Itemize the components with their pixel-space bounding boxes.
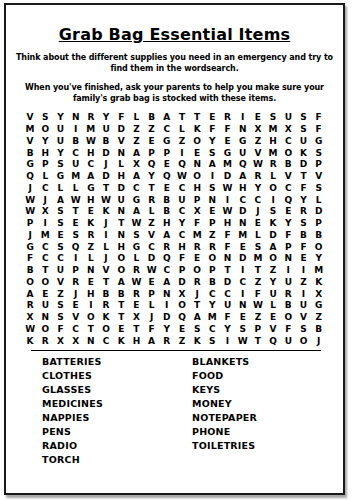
- grid-cell: P: [174, 265, 189, 277]
- grid-cell: K: [190, 335, 205, 347]
- grid-cell: E: [220, 136, 235, 148]
- grid-cell: C: [38, 183, 53, 195]
- grid-cell: F: [144, 324, 159, 336]
- grid-cell: V: [68, 312, 83, 324]
- grid-cell: O: [114, 253, 129, 265]
- grid-cell: P: [68, 265, 83, 277]
- grid-cell: E: [68, 218, 83, 230]
- grid-cell: U: [98, 124, 113, 136]
- grid-cell: C: [174, 206, 189, 218]
- grid-cell: H: [114, 171, 129, 183]
- grid-cell: O: [281, 312, 296, 324]
- grid-cell: B: [98, 288, 113, 300]
- grid-cell: V: [311, 171, 326, 183]
- grid-cell: V: [53, 277, 68, 289]
- grid-cell: Z: [266, 265, 281, 277]
- grid-cell: Z: [250, 312, 265, 324]
- grid-cell: W: [129, 218, 144, 230]
- grid-cell: I: [38, 218, 53, 230]
- grid-cell: A: [159, 230, 174, 242]
- grid-cell: U: [296, 136, 311, 148]
- grid-cell: E: [235, 241, 250, 253]
- grid-cell: S: [250, 241, 265, 253]
- grid-cell: G: [129, 241, 144, 253]
- grid-cell: R: [159, 241, 174, 253]
- grid-cell: J: [98, 253, 113, 265]
- grid-cell: N: [235, 124, 250, 136]
- grid-cell: Y: [220, 324, 235, 336]
- grid-cell: T: [83, 324, 98, 336]
- grid-cell: Z: [129, 124, 144, 136]
- grid-cell: U: [114, 194, 129, 206]
- grid-cell: O: [311, 241, 326, 253]
- grid-cell: K: [311, 277, 326, 289]
- grid-cell: A: [129, 171, 144, 183]
- grid-cell: S: [53, 218, 68, 230]
- wordsearch-grid: VSYNRYFLBATTERIESUSFMOUIMUDZZCLKFFNXMXSF…: [23, 112, 327, 347]
- grid-cell: I: [235, 288, 250, 300]
- grid-cell: M: [311, 265, 326, 277]
- grid-cell: D: [174, 277, 189, 289]
- grid-cell: R: [129, 288, 144, 300]
- grid-cell: H: [190, 183, 205, 195]
- grid-cell: O: [174, 300, 189, 312]
- page-title: Grab Bag Essential Items: [6, 25, 343, 44]
- grid-cell: W: [23, 194, 38, 206]
- grid-cell: N: [205, 194, 220, 206]
- grid-cell: Z: [53, 288, 68, 300]
- grid-cell: N: [38, 312, 53, 324]
- grid-cell: W: [220, 183, 235, 195]
- grid-cell: C: [281, 183, 296, 195]
- grid-cell: H: [266, 136, 281, 148]
- grid-cell: L: [114, 159, 129, 171]
- grid-cell: C: [83, 159, 98, 171]
- grid-cell: D: [114, 183, 129, 195]
- grid-cell: Y: [174, 218, 189, 230]
- grid-cell: T: [68, 206, 83, 218]
- grid-cell: Y: [159, 324, 174, 336]
- grid-cell: U: [281, 277, 296, 289]
- grid-cell: Z: [296, 277, 311, 289]
- grid-cell: E: [83, 277, 98, 289]
- word-list-item: GLASSES: [42, 383, 192, 397]
- grid-cell: J: [23, 183, 38, 195]
- grid-cell: X: [129, 159, 144, 171]
- grid-cell: D: [266, 230, 281, 242]
- grid-cell: R: [98, 300, 113, 312]
- grid-cell: Q: [144, 159, 159, 171]
- grid-cell: V: [296, 312, 311, 324]
- grid-cell: M: [266, 124, 281, 136]
- grid-cell: S: [38, 112, 53, 124]
- grid-cell: I: [98, 230, 113, 242]
- grid-cell: X: [174, 288, 189, 300]
- grid-cell: F: [311, 112, 326, 124]
- grid-cell: C: [38, 241, 53, 253]
- grid-cell: N: [281, 253, 296, 265]
- grid-cell: N: [114, 206, 129, 218]
- grid-cell: L: [68, 183, 83, 195]
- grid-cell: X: [311, 288, 326, 300]
- grid-cell: Y: [311, 253, 326, 265]
- grid-cell: M: [83, 124, 98, 136]
- grid-cell: I: [83, 300, 98, 312]
- grid-cell: R: [83, 230, 98, 242]
- grid-cell: W: [250, 300, 265, 312]
- grid-cell: Y: [296, 194, 311, 206]
- grid-cell: E: [144, 277, 159, 289]
- grid-cell: E: [190, 253, 205, 265]
- grid-cell: R: [83, 112, 98, 124]
- word-list-item: CLOTHES: [42, 369, 192, 383]
- grid-cell: D: [235, 253, 250, 265]
- grid-cell: U: [53, 124, 68, 136]
- grid-cell: S: [205, 335, 220, 347]
- grid-cell: F: [250, 288, 265, 300]
- word-list-item: PHONE: [192, 425, 342, 439]
- grid-cell: C: [174, 230, 189, 242]
- grid-cell: E: [250, 112, 265, 124]
- grid-cell: I: [174, 147, 189, 159]
- grid-cell: C: [159, 265, 174, 277]
- grid-cell: Q: [174, 159, 189, 171]
- grid-cell: Y: [53, 112, 68, 124]
- grid-cell: X: [38, 206, 53, 218]
- word-list-item: NOTEPAPER: [192, 411, 342, 425]
- grid-cell: H: [174, 241, 189, 253]
- grid-cell: H: [83, 147, 98, 159]
- grid-cell: R: [205, 241, 220, 253]
- grid-cell: L: [53, 183, 68, 195]
- grid-cell: C: [53, 253, 68, 265]
- grid-cell: W: [220, 206, 235, 218]
- grid-cell: B: [23, 265, 38, 277]
- grid-cell: Q: [281, 194, 296, 206]
- grid-cell: T: [114, 300, 129, 312]
- grid-cell: T: [114, 218, 129, 230]
- grid-cell: C: [129, 183, 144, 195]
- grid-cell: C: [250, 194, 265, 206]
- grid-cell: E: [159, 183, 174, 195]
- grid-cell: E: [205, 206, 220, 218]
- grid-cell: S: [296, 112, 311, 124]
- grid-cell: S: [190, 324, 205, 336]
- grid-cell: U: [235, 147, 250, 159]
- grid-cell: X: [250, 124, 265, 136]
- grid-cell: Y: [98, 112, 113, 124]
- grid-cell: G: [23, 159, 38, 171]
- grid-cell: B: [144, 112, 159, 124]
- grid-cell: K: [190, 124, 205, 136]
- grid-cell: W: [23, 206, 38, 218]
- grid-cell: H: [83, 194, 98, 206]
- grid-cell: R: [266, 159, 281, 171]
- grid-cell: E: [266, 312, 281, 324]
- grid-cell: B: [98, 136, 113, 148]
- grid-cell: E: [296, 253, 311, 265]
- grid-cell: H: [220, 218, 235, 230]
- grid-cell: G: [129, 194, 144, 206]
- grid-cell: E: [190, 147, 205, 159]
- grid-cell: S: [68, 230, 83, 242]
- grid-cell: F: [23, 253, 38, 265]
- grid-cell: J: [68, 288, 83, 300]
- grid-cell: F: [220, 230, 235, 242]
- grid-cell: F: [311, 124, 326, 136]
- grid-cell: B: [296, 230, 311, 242]
- grid-cell: E: [38, 288, 53, 300]
- grid-cell: C: [205, 288, 220, 300]
- grid-cell: S: [53, 300, 68, 312]
- grid-cell: R: [190, 241, 205, 253]
- grid-cell: J: [38, 194, 53, 206]
- word-list-item: PENS: [42, 425, 192, 439]
- grid-cell: K: [83, 218, 98, 230]
- grid-cell: T: [38, 265, 53, 277]
- grid-cell: M: [190, 230, 205, 242]
- grid-cell: Y: [266, 277, 281, 289]
- grid-cell: T: [190, 300, 205, 312]
- grid-cell: O: [205, 253, 220, 265]
- grid-cell: O: [296, 335, 311, 347]
- grid-cell: M: [68, 171, 83, 183]
- grid-cell: F: [114, 112, 129, 124]
- grid-cell: E: [144, 136, 159, 148]
- grid-cell: M: [266, 147, 281, 159]
- grid-cell: G: [159, 136, 174, 148]
- grid-cell: F: [281, 324, 296, 336]
- grid-cell: G: [23, 241, 38, 253]
- grid-cell: Q: [174, 312, 189, 324]
- grid-cell: U: [281, 112, 296, 124]
- grid-cell: K: [114, 335, 129, 347]
- grid-cell: A: [53, 194, 68, 206]
- grid-cell: Q: [159, 253, 174, 265]
- grid-cell: W: [235, 335, 250, 347]
- grid-cell: C: [68, 324, 83, 336]
- grid-cell: H: [235, 183, 250, 195]
- grid-cell: W: [250, 159, 265, 171]
- grid-cell: P: [311, 159, 326, 171]
- grid-cell: Z: [174, 335, 189, 347]
- grid-cell: C: [281, 136, 296, 148]
- grid-cell: X: [23, 312, 38, 324]
- word-list-right: BLANKETSFOODKEYSMONEYNOTEPAPERPHONETOILE…: [192, 355, 342, 467]
- grid-cell: G: [235, 136, 250, 148]
- grid-cell: D: [98, 171, 113, 183]
- grid-cell: U: [296, 300, 311, 312]
- grid-cell: L: [266, 300, 281, 312]
- grid-cell: F: [174, 253, 189, 265]
- grid-cell: K: [23, 335, 38, 347]
- grid-cell: C: [205, 324, 220, 336]
- grid-cell: P: [311, 218, 326, 230]
- grid-cell: Z: [205, 230, 220, 242]
- grid-cell: Y: [38, 136, 53, 148]
- grid-cell: C: [174, 183, 189, 195]
- grid-cell: M: [23, 124, 38, 136]
- grid-cell: I: [220, 194, 235, 206]
- grid-cell: E: [159, 159, 174, 171]
- grid-cell: L: [83, 253, 98, 265]
- grid-cell: C: [235, 194, 250, 206]
- grid-cell: P: [23, 218, 38, 230]
- grid-cell: D: [235, 206, 250, 218]
- grid-cell: I: [235, 112, 250, 124]
- grid-cell: S: [53, 312, 68, 324]
- grid-cell: Z: [174, 136, 189, 148]
- grid-cell: A: [159, 112, 174, 124]
- grid-cell: W: [144, 265, 159, 277]
- grid-cell: T: [250, 335, 265, 347]
- grid-cell: A: [205, 159, 220, 171]
- instruction-line: When you've finished, ask your parents t…: [6, 83, 343, 94]
- grid-cell: J: [190, 288, 205, 300]
- grid-cell: O: [190, 265, 205, 277]
- grid-cell: A: [144, 335, 159, 347]
- grid-cell: R: [220, 112, 235, 124]
- grid-cell: L: [311, 194, 326, 206]
- grid-cell: E: [235, 312, 250, 324]
- instruction-line: find them in the wordsearch.: [6, 64, 343, 75]
- grid-cell: B: [205, 277, 220, 289]
- grid-cell: N: [83, 265, 98, 277]
- grid-cell: D: [159, 312, 174, 324]
- grid-cell: E: [174, 324, 189, 336]
- grid-cell: Y: [250, 183, 265, 195]
- grid-cell: F: [190, 218, 205, 230]
- grid-cell: G: [311, 136, 326, 148]
- grid-cell: P: [159, 147, 174, 159]
- grid-cell: E: [68, 300, 83, 312]
- grid-cell: P: [190, 194, 205, 206]
- grid-cell: N: [68, 112, 83, 124]
- grid-cell: Q: [235, 159, 250, 171]
- grid-cell: A: [129, 206, 144, 218]
- grid-cell: N: [235, 300, 250, 312]
- grid-cell: T: [114, 312, 129, 324]
- grid-cell: V: [266, 324, 281, 336]
- grid-cell: D: [114, 124, 129, 136]
- grid-cell: S: [266, 112, 281, 124]
- grid-cell: Z: [129, 136, 144, 148]
- grid-cell: A: [190, 312, 205, 324]
- grid-cell: L: [266, 171, 281, 183]
- grid-cell: K: [266, 218, 281, 230]
- grid-cell: M: [38, 230, 53, 242]
- grid-cell: V: [98, 265, 113, 277]
- grid-cell: F: [220, 312, 235, 324]
- grid-cell: U: [266, 288, 281, 300]
- grid-cell: L: [38, 171, 53, 183]
- grid-cell: C: [38, 253, 53, 265]
- grid-cell: Z: [311, 312, 326, 324]
- grid-cell: D: [311, 206, 326, 218]
- grid-cell: P: [281, 241, 296, 253]
- grid-cell: A: [266, 241, 281, 253]
- grid-cell: B: [281, 159, 296, 171]
- grid-cell: R: [68, 277, 83, 289]
- grid-cell: A: [83, 171, 98, 183]
- grid-cell: I: [220, 335, 235, 347]
- grid-cell: T: [190, 112, 205, 124]
- word-list-item: MONEY: [192, 397, 342, 411]
- grid-cell: S: [53, 206, 68, 218]
- grid-cell: R: [23, 300, 38, 312]
- grid-cell: N: [220, 253, 235, 265]
- grid-cell: A: [129, 147, 144, 159]
- grid-cell: A: [23, 288, 38, 300]
- grid-cell: D: [144, 253, 159, 265]
- instructions-paragraph-1: Think about the different supplies you n…: [6, 53, 343, 74]
- grid-cell: L: [129, 253, 144, 265]
- grid-cell: R: [296, 206, 311, 218]
- grid-cell: T: [129, 324, 144, 336]
- grid-cell: S: [205, 183, 220, 195]
- grid-cell: R: [129, 265, 144, 277]
- grid-cell: S: [296, 218, 311, 230]
- grid-cell: Q: [159, 171, 174, 183]
- grid-cell: E: [129, 300, 144, 312]
- grid-cell: H: [83, 288, 98, 300]
- grid-cell: U: [38, 300, 53, 312]
- grid-cell: M: [235, 230, 250, 242]
- grid-cell: O: [38, 324, 53, 336]
- grid-cell: V: [114, 136, 129, 148]
- grid-cell: O: [281, 147, 296, 159]
- grid-cell: W: [83, 136, 98, 148]
- grid-cell: G: [53, 171, 68, 183]
- grid-cell: Y: [53, 147, 68, 159]
- grid-cell: I: [266, 194, 281, 206]
- grid-cell: N: [83, 335, 98, 347]
- grid-cell: Z: [250, 136, 265, 148]
- grid-cell: R: [250, 171, 265, 183]
- grid-cell: B: [114, 288, 129, 300]
- grid-cell: H: [129, 335, 144, 347]
- grid-cell: U: [53, 136, 68, 148]
- grid-cell: H: [159, 218, 174, 230]
- grid-cell: P: [144, 288, 159, 300]
- grid-cell: B: [159, 194, 174, 206]
- word-list-item: FOOD: [192, 369, 342, 383]
- grid-cell: F: [53, 324, 68, 336]
- grid-cell: V: [23, 112, 38, 124]
- grid-cell: B: [311, 230, 326, 242]
- grid-cell: D: [296, 159, 311, 171]
- grid-cell: T: [98, 183, 113, 195]
- grid-cell: O: [266, 183, 281, 195]
- grid-cell: D: [98, 147, 113, 159]
- grid-cell: F: [296, 241, 311, 253]
- grid-cell: C: [68, 147, 83, 159]
- grid-cell: T: [98, 277, 113, 289]
- grid-cell: N: [114, 230, 129, 242]
- word-list-item: RADIO: [42, 439, 192, 453]
- grid-cell: I: [281, 265, 296, 277]
- grid-cell: N: [114, 147, 129, 159]
- grid-cell: S: [235, 324, 250, 336]
- grid-cell: O: [83, 312, 98, 324]
- grid-cell: J: [250, 206, 265, 218]
- grid-cell: R: [159, 335, 174, 347]
- grid-cell: T: [144, 183, 159, 195]
- grid-cell: Y: [281, 218, 296, 230]
- grid-cell: X: [53, 335, 68, 347]
- grid-cell: E: [53, 230, 68, 242]
- grid-cell: F: [220, 241, 235, 253]
